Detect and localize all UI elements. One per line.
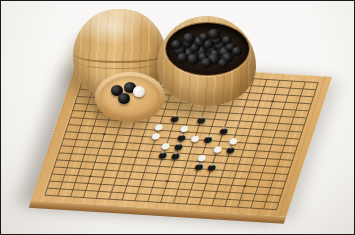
black-stone	[187, 54, 199, 64]
open-stone-bowl	[157, 16, 256, 106]
black-stone	[118, 93, 130, 104]
bowl-opening	[165, 22, 250, 76]
black-stone: ●	[192, 112, 210, 127]
black-stone	[201, 58, 212, 67]
black-stone	[183, 33, 195, 43]
lid-dish	[95, 72, 165, 122]
black-stone	[171, 40, 182, 49]
bowl-lid-seam	[76, 54, 163, 69]
black-stone	[177, 53, 188, 62]
go-set-photo: ●●●●●●●●●●●●●●●●●●●	[0, 0, 355, 235]
black-stone	[218, 59, 228, 67]
white-stone	[133, 86, 145, 97]
black-stone	[232, 47, 242, 55]
black-stone	[222, 36, 232, 44]
